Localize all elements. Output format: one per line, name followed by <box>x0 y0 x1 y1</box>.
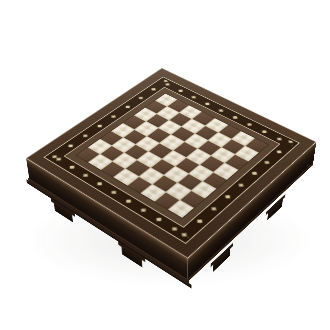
square-r6f5 <box>153 175 177 191</box>
square-r2f7 <box>225 155 248 170</box>
square-r4f7 <box>203 172 227 188</box>
square-r7f4 <box>127 177 151 193</box>
square-r7f1 <box>89 155 112 170</box>
square-r4f5 <box>176 158 199 173</box>
square-r7f7 <box>169 201 194 218</box>
square-r5f5 <box>165 166 189 182</box>
square-r6f7 <box>181 191 205 208</box>
product-photo-canvas: ◈ ◆ ◈ ◆ ◈ ◆ ◈ ◆ ◈ ◆ ◈ ◆ ◈ ◆ ◈ ◆ ◈ ◆ ◈ ◆ … <box>0 0 330 330</box>
square-r7f3 <box>114 169 138 185</box>
square-r3f5 <box>187 149 210 164</box>
square-r7f5 <box>141 185 165 202</box>
square-r7f2 <box>101 162 124 177</box>
square-r3f6 <box>201 156 224 171</box>
square-r3f7 <box>214 164 237 180</box>
playing-field <box>76 94 268 218</box>
square-r6f2 <box>113 153 136 168</box>
square-r5f4 <box>151 159 174 174</box>
square-r4f6 <box>189 165 212 181</box>
square-r6f6 <box>167 183 191 199</box>
square-r5f6 <box>178 174 202 190</box>
square-r7f6 <box>155 192 179 209</box>
square-r6f4 <box>139 168 163 184</box>
square-r5f3 <box>138 152 161 167</box>
square-r4f4 <box>163 150 186 165</box>
square-r5f7 <box>192 182 216 198</box>
square-r6f3 <box>126 160 149 175</box>
